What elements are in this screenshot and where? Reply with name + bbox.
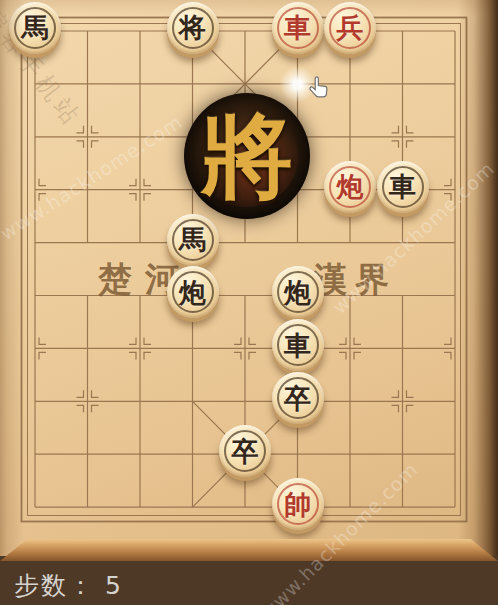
piece-black-horse[interactable]: 馬	[167, 214, 219, 266]
piece-glyph: 炮	[284, 279, 311, 306]
cursor-hand-pointer-icon	[306, 75, 334, 105]
piece-black-rook[interactable]: 車	[377, 161, 429, 213]
step-counter: 步数： 5	[14, 569, 123, 602]
piece-black-cannon[interactable]: 炮	[272, 266, 324, 318]
piece-black-soldier[interactable]: 卒	[272, 372, 324, 424]
piece-glyph: 車	[389, 173, 416, 200]
xiangqi-board[interactable]: 楚河 漢界 馬将車兵炮車馬炮炮車卒卒帥 將	[0, 0, 498, 556]
piece-glyph: 馬	[179, 226, 206, 253]
check-effect-glyph: 將	[201, 110, 293, 202]
piece-glyph: 馬	[22, 14, 49, 41]
check-effect-badge: 將	[184, 93, 310, 219]
piece-glyph: 車	[284, 14, 311, 41]
piece-black-cannon[interactable]: 炮	[167, 266, 219, 318]
piece-red-cannon[interactable]: 炮	[324, 161, 376, 213]
piece-glyph: 炮	[179, 279, 206, 306]
piece-glyph: 卒	[284, 385, 311, 412]
xiangqi-game-screen: 楚河 漢界 馬将車兵炮車馬炮炮車卒卒帥 將 步数： 5 www.hackhome…	[0, 0, 498, 605]
piece-black-soldier[interactable]: 卒	[219, 425, 271, 477]
piece-black-general[interactable]: 将	[167, 2, 219, 54]
piece-red-rook[interactable]: 車	[272, 2, 324, 54]
piece-glyph: 将	[179, 14, 206, 41]
piece-black-horse[interactable]: 馬	[9, 2, 61, 54]
piece-glyph: 卒	[232, 438, 259, 465]
board-table-edge	[0, 539, 498, 561]
piece-glyph: 車	[284, 332, 311, 359]
piece-black-rook[interactable]: 車	[272, 319, 324, 371]
step-counter-label: 步数：	[14, 569, 95, 602]
piece-glyph: 炮	[337, 173, 364, 200]
step-counter-value: 5	[105, 571, 123, 600]
piece-glyph: 帥	[284, 491, 311, 518]
piece-glyph: 兵	[337, 14, 364, 41]
board-pieces: 馬将車兵炮車馬炮炮車卒卒帥	[9, 5, 482, 534]
piece-red-general[interactable]: 帥	[272, 478, 324, 530]
piece-red-soldier[interactable]: 兵	[324, 2, 376, 54]
